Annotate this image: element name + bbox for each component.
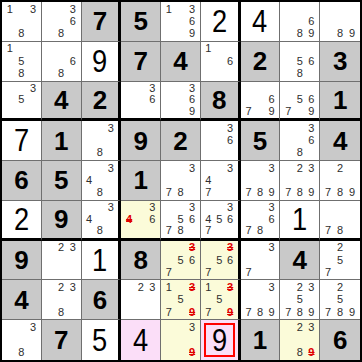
candidate-7: 7 xyxy=(163,225,175,237)
cell-value: 4 xyxy=(14,287,28,313)
cell-r6c5[interactable]: 35678 xyxy=(161,201,201,241)
candidate-3: 3 xyxy=(27,83,39,95)
cell-r3c4[interactable]: 36 xyxy=(121,82,161,122)
candidate-6: 6 xyxy=(225,254,236,266)
pencil-marks: 13579 xyxy=(201,280,238,319)
cell-r8c4[interactable]: 23 xyxy=(121,280,161,320)
cell-r1c1[interactable]: 138 xyxy=(2,2,42,42)
candidate-6: 6 xyxy=(266,213,278,225)
candidate-8: 8 xyxy=(294,306,306,318)
candidate-7: 7 xyxy=(203,187,214,199)
cell-r4c1[interactable]: 7 xyxy=(2,121,42,161)
candidate-2: 2 xyxy=(55,242,67,254)
cell-value: 5 xyxy=(54,167,68,193)
candidate-3: 3 xyxy=(306,321,318,334)
candidate-3: 3 xyxy=(266,242,278,254)
cell-r9c4[interactable]: 4 xyxy=(121,320,161,360)
eliminated-candidate-3: 3 xyxy=(186,242,198,254)
candidate-3: 3 xyxy=(105,122,116,134)
candidate-6: 6 xyxy=(266,94,278,106)
candidate-3: 3 xyxy=(266,162,278,174)
candidate-7: 7 xyxy=(282,106,294,118)
cell-r9c1[interactable]: 38 xyxy=(2,320,42,360)
pencil-marks: 369 xyxy=(161,82,200,119)
candidate-7: 7 xyxy=(322,187,334,199)
candidate-7: 7 xyxy=(243,187,255,199)
candidate-2: 2 xyxy=(334,242,346,254)
candidate-7: 7 xyxy=(322,225,334,237)
candidate-6: 6 xyxy=(186,94,198,106)
cell-r6c9[interactable]: 78 xyxy=(320,201,360,241)
candidate-3: 3 xyxy=(186,83,198,95)
cell-r6c8[interactable]: 1 xyxy=(280,201,320,241)
cell-r5c8[interactable]: 23789 xyxy=(280,161,320,201)
candidate-6: 6 xyxy=(67,55,79,67)
candidate-8: 8 xyxy=(254,225,266,237)
cell-r8c5[interactable]: 13579 xyxy=(161,280,201,320)
cell-r8c8[interactable]: 235789 xyxy=(280,280,320,320)
pencil-marks: 3789 xyxy=(241,161,280,200)
cell-r8c7[interactable]: 3789 xyxy=(241,280,281,320)
pencil-marks: 1369 xyxy=(161,2,200,41)
pencil-marks: 23 xyxy=(121,280,160,319)
cell-r9c6[interactable]: 9 xyxy=(201,320,241,360)
eliminated-candidate-3: 3 xyxy=(225,281,236,293)
cell-r7c2[interactable]: 23 xyxy=(42,241,82,281)
candidate-9: 9 xyxy=(346,306,358,318)
cell-r2c2[interactable]: 68 xyxy=(42,42,82,82)
cell-r4c3[interactable]: 38 xyxy=(82,121,122,161)
cell-value: 1 xyxy=(292,204,307,235)
candidate-5: 5 xyxy=(16,94,28,106)
candidate-7: 7 xyxy=(203,225,214,237)
cell-value: 1 xyxy=(333,87,347,113)
cell-r1c2[interactable]: 368 xyxy=(42,2,82,42)
candidate-3: 3 xyxy=(147,202,159,214)
cell-r9c8[interactable]: 2389 xyxy=(280,320,320,360)
pencil-marks: 39 xyxy=(161,320,200,360)
cell-value: 4 xyxy=(173,48,187,74)
candidate-8: 8 xyxy=(94,187,105,199)
cell-value: 9 xyxy=(92,46,107,77)
cell-value: 9 xyxy=(133,128,147,154)
candidate-6: 6 xyxy=(225,213,236,225)
candidate-8: 8 xyxy=(294,147,306,159)
cell-r3c9[interactable]: 1 xyxy=(320,82,360,122)
candidate-5: 5 xyxy=(175,254,187,266)
pencil-marks: 23 xyxy=(42,241,81,280)
candidate-4: 4 xyxy=(203,213,214,225)
candidate-6: 6 xyxy=(186,213,198,225)
candidate-9: 9 xyxy=(306,187,318,199)
candidate-2: 2 xyxy=(334,281,346,293)
cell-value: 4 xyxy=(54,87,68,113)
cell-value: 7 xyxy=(133,48,147,74)
cell-r1c7[interactable]: 4 xyxy=(241,2,281,42)
candidate-9: 9 xyxy=(266,106,278,118)
candidate-6: 6 xyxy=(306,94,318,106)
candidate-5: 5 xyxy=(214,294,225,306)
candidate-7: 7 xyxy=(243,306,255,318)
candidate-5: 5 xyxy=(334,254,346,266)
cell-r2c9[interactable]: 3 xyxy=(320,42,360,82)
candidate-5: 5 xyxy=(334,294,346,306)
cell-r4c5[interactable]: 2 xyxy=(161,121,201,161)
candidate-7: 7 xyxy=(243,266,255,278)
cell-r1c8[interactable]: 689 xyxy=(280,2,320,42)
pencil-marks: 37 xyxy=(241,241,280,280)
candidate-7: 7 xyxy=(203,306,214,318)
cell-r3c5[interactable]: 369 xyxy=(161,82,201,122)
candidate-9: 9 xyxy=(306,28,318,40)
candidate-8: 8 xyxy=(175,187,187,199)
candidate-6: 6 xyxy=(147,213,159,225)
candidate-6: 6 xyxy=(147,94,159,106)
candidate-2: 2 xyxy=(294,281,306,293)
candidate-3: 3 xyxy=(27,3,39,15)
pencil-marks: 368 xyxy=(280,121,319,160)
candidate-1: 1 xyxy=(163,3,175,15)
cell-value: 2 xyxy=(93,87,107,113)
candidate-5: 5 xyxy=(214,254,225,266)
candidate-3: 3 xyxy=(67,242,79,254)
pencil-marks: 3789 xyxy=(241,280,280,319)
candidate-3: 3 xyxy=(105,162,116,174)
candidate-3: 3 xyxy=(225,122,236,134)
cell-r8c1[interactable]: 4 xyxy=(2,280,42,320)
eliminated-candidate-9: 9 xyxy=(225,306,236,318)
candidate-1: 1 xyxy=(4,43,16,55)
candidate-8: 8 xyxy=(334,306,346,318)
candidate-3: 3 xyxy=(225,162,236,174)
pencil-marks: 13579 xyxy=(161,280,200,319)
pencil-marks: 2789 xyxy=(320,161,360,200)
candidate-5: 5 xyxy=(175,294,187,306)
candidate-9: 9 xyxy=(346,187,358,199)
candidate-3: 3 xyxy=(105,202,116,214)
cell-r2c3[interactable]: 9 xyxy=(82,42,122,82)
cell-r6c6[interactable]: 34567 xyxy=(201,201,241,241)
pencil-marks: 138 xyxy=(2,2,41,41)
cell-r2c8[interactable]: 568 xyxy=(280,42,320,82)
pencil-marks: 78 xyxy=(320,201,360,238)
eliminated-candidate-9: 9 xyxy=(186,306,198,318)
cell-value: 7 xyxy=(93,8,107,34)
cell-r1c9[interactable]: 89 xyxy=(320,2,360,42)
cell-r6c3[interactable]: 348 xyxy=(82,201,122,241)
cell-r1c5[interactable]: 1369 xyxy=(161,2,201,42)
cell-value: 5 xyxy=(253,128,267,154)
candidate-3: 3 xyxy=(147,281,159,293)
candidate-3: 3 xyxy=(266,281,278,293)
cell-r2c4[interactable]: 7 xyxy=(121,42,161,82)
cell-value: 5 xyxy=(92,325,107,356)
cell-r3c1[interactable]: 35 xyxy=(2,82,42,122)
cell-r8c6[interactable]: 13579 xyxy=(201,280,241,320)
cell-r1c3[interactable]: 7 xyxy=(82,2,122,42)
candidate-8: 8 xyxy=(254,187,266,199)
eliminated-candidate-3: 3 xyxy=(225,242,236,254)
sudoku-board: 1383687513692468989158689741625683354236… xyxy=(0,0,362,362)
candidate-2: 2 xyxy=(294,162,306,174)
eliminated-candidate-3: 3 xyxy=(186,281,198,293)
cell-r7c5[interactable]: 3567 xyxy=(161,241,201,281)
cell-r5c5[interactable]: 378 xyxy=(161,161,201,201)
cell-r6c7[interactable]: 3678 xyxy=(241,201,281,241)
pencil-marks: 347 xyxy=(201,161,238,200)
cell-value: 2 xyxy=(14,204,29,235)
candidate-5: 5 xyxy=(294,294,306,306)
eliminated-candidate-4: 4 xyxy=(123,213,135,225)
cell-value: 4 xyxy=(293,247,307,273)
candidate-7: 7 xyxy=(322,306,334,318)
cell-value: 1 xyxy=(54,128,68,154)
candidate-9: 9 xyxy=(346,28,358,40)
cell-r8c2[interactable]: 238 xyxy=(42,280,82,320)
cell-value: 8 xyxy=(133,247,147,273)
cell-value: 6 xyxy=(333,327,347,353)
cell-value: 4 xyxy=(133,325,148,356)
pencil-marks: 346 xyxy=(121,201,160,238)
pencil-marks: 158 xyxy=(2,42,41,81)
cell-value: 4 xyxy=(333,128,347,154)
candidate-7: 7 xyxy=(282,187,294,199)
pencil-marks: 3567 xyxy=(201,241,238,280)
candidate-3: 3 xyxy=(27,321,39,334)
pencil-marks: 348 xyxy=(82,161,119,200)
candidate-3: 3 xyxy=(186,202,198,214)
candidate-9: 9 xyxy=(306,106,318,118)
candidate-8: 8 xyxy=(294,67,306,79)
cell-r1c4[interactable]: 5 xyxy=(121,2,161,42)
candidate-3: 3 xyxy=(306,122,318,134)
cell-r7c9[interactable]: 257 xyxy=(320,241,360,281)
pencil-marks: 34567 xyxy=(201,201,238,238)
candidate-8: 8 xyxy=(334,225,346,237)
pencil-marks: 16 xyxy=(201,42,238,81)
cell-value: 1 xyxy=(133,167,147,193)
pencil-marks: 89 xyxy=(320,2,360,41)
candidate-8: 8 xyxy=(16,346,28,359)
candidate-2: 2 xyxy=(294,321,306,334)
pencil-marks: 25789 xyxy=(320,280,360,319)
cell-r4c7[interactable]: 5 xyxy=(241,121,281,161)
candidate-3: 3 xyxy=(67,3,79,15)
cell-r5c7[interactable]: 3789 xyxy=(241,161,281,201)
cell-r2c6[interactable]: 16 xyxy=(201,42,241,82)
cell-value: 2 xyxy=(253,48,267,74)
candidate-4: 4 xyxy=(84,213,95,225)
candidate-3: 3 xyxy=(225,202,236,214)
cell-value: 2 xyxy=(173,128,187,154)
pencil-marks: 35 xyxy=(2,82,41,119)
cell-r1c6[interactable]: 2 xyxy=(201,2,241,42)
candidate-9: 9 xyxy=(186,28,198,40)
cell-r6c1[interactable]: 2 xyxy=(2,201,42,241)
cell-value: 1 xyxy=(253,327,267,353)
pencil-marks: 378 xyxy=(161,161,200,200)
pencil-marks: 23789 xyxy=(280,161,319,200)
cell-r7c6[interactable]: 3567 xyxy=(201,241,241,281)
pencil-marks: 68 xyxy=(42,42,81,81)
candidate-5: 5 xyxy=(294,94,306,106)
pencil-marks: 568 xyxy=(280,42,319,81)
candidate-5: 5 xyxy=(175,213,187,225)
candidate-7: 7 xyxy=(243,225,255,237)
candidate-3: 3 xyxy=(147,83,159,95)
candidate-8: 8 xyxy=(55,67,67,79)
pencil-marks: 35678 xyxy=(161,201,200,238)
cell-r7c3[interactable]: 1 xyxy=(82,241,122,281)
cell-r4c2[interactable]: 1 xyxy=(42,121,82,161)
cell-r9c7[interactable]: 1 xyxy=(241,320,281,360)
cell-value: 7 xyxy=(54,327,68,353)
candidate-5: 5 xyxy=(214,213,225,225)
cell-r8c9[interactable]: 25789 xyxy=(320,280,360,320)
cell-r6c4[interactable]: 346 xyxy=(121,201,161,241)
cell-r5c4[interactable]: 1 xyxy=(121,161,161,201)
candidate-3: 3 xyxy=(306,162,318,174)
candidate-3: 3 xyxy=(186,162,198,174)
cell-r9c2[interactable]: 7 xyxy=(42,320,82,360)
candidate-9: 9 xyxy=(266,306,278,318)
candidate-7: 7 xyxy=(282,306,294,318)
candidate-8: 8 xyxy=(254,306,266,318)
candidate-7: 7 xyxy=(163,266,175,278)
candidate-6: 6 xyxy=(306,15,318,27)
cell-value: 4 xyxy=(252,6,267,37)
candidate-6: 6 xyxy=(306,135,318,147)
cell-r7c4[interactable]: 8 xyxy=(121,241,161,281)
cell-r9c3[interactable]: 5 xyxy=(82,320,122,360)
candidate-9: 9 xyxy=(186,106,198,118)
cell-value: 3 xyxy=(333,48,347,74)
cell-r4c9[interactable]: 4 xyxy=(320,121,360,161)
pencil-marks: 368 xyxy=(42,2,81,41)
candidate-8: 8 xyxy=(294,346,306,359)
candidate-3: 3 xyxy=(266,202,278,214)
cell-value: 6 xyxy=(14,167,28,193)
candidate-5: 5 xyxy=(16,55,28,67)
cell-r4c4[interactable]: 9 xyxy=(121,121,161,161)
cell-r5c1[interactable]: 6 xyxy=(2,161,42,201)
cell-r5c3[interactable]: 348 xyxy=(82,161,122,201)
candidate-3: 3 xyxy=(186,3,198,15)
eliminated-candidate-9: 9 xyxy=(306,346,318,359)
cell-r2c1[interactable]: 158 xyxy=(2,42,42,82)
cell-r7c8[interactable]: 4 xyxy=(280,241,320,281)
pencil-marks: 36 xyxy=(121,82,160,119)
pencil-marks: 3567 xyxy=(161,241,200,280)
candidate-8: 8 xyxy=(55,306,67,318)
cell-r3c8[interactable]: 5679 xyxy=(280,82,320,122)
candidate-6: 6 xyxy=(67,15,79,27)
candidate-3: 3 xyxy=(67,281,79,293)
pencil-marks: 348 xyxy=(82,201,119,238)
cell-value: 9 xyxy=(14,247,28,273)
candidate-7: 7 xyxy=(243,106,255,118)
pencil-marks: 36 xyxy=(201,121,238,160)
cell-r3c6[interactable]: 8 xyxy=(201,82,241,122)
candidate-7: 7 xyxy=(322,266,334,278)
candidate-8: 8 xyxy=(294,28,306,40)
candidate-8: 8 xyxy=(334,28,346,40)
candidate-2: 2 xyxy=(135,281,147,293)
cell-value: 8 xyxy=(212,87,226,113)
pencil-marks: 679 xyxy=(241,82,280,119)
candidate-8: 8 xyxy=(55,28,67,40)
cell-r7c1[interactable]: 9 xyxy=(2,241,42,281)
cell-value: 5 xyxy=(133,8,147,34)
pencil-marks: 238 xyxy=(42,280,81,319)
candidate-4: 4 xyxy=(84,174,95,186)
cell-r8c3[interactable]: 6 xyxy=(82,280,122,320)
candidate-6: 6 xyxy=(225,55,236,67)
cell-r4c8[interactable]: 368 xyxy=(280,121,320,161)
candidate-2: 2 xyxy=(334,162,346,174)
candidate-7: 7 xyxy=(163,187,175,199)
cell-value: 6 xyxy=(93,287,107,313)
cell-r5c9[interactable]: 2789 xyxy=(320,161,360,201)
candidate-1: 1 xyxy=(203,281,214,293)
cell-r7c7[interactable]: 37 xyxy=(241,241,281,281)
candidate-3: 3 xyxy=(306,281,318,293)
cell-r3c7[interactable]: 679 xyxy=(241,82,281,122)
cell-r5c6[interactable]: 347 xyxy=(201,161,241,201)
pencil-marks: 235789 xyxy=(280,280,319,319)
candidate-6: 6 xyxy=(225,135,236,147)
candidate-6: 6 xyxy=(186,15,198,27)
candidate-8: 8 xyxy=(94,147,105,159)
candidate-8: 8 xyxy=(334,187,346,199)
cell-r3c2[interactable]: 4 xyxy=(42,82,82,122)
cell-value: 9 xyxy=(54,206,68,232)
candidate-6: 6 xyxy=(186,254,198,266)
cell-r6c2[interactable]: 9 xyxy=(42,201,82,241)
candidate-1: 1 xyxy=(163,281,175,293)
cell-value: 9 xyxy=(212,325,227,356)
candidate-7: 7 xyxy=(203,266,214,278)
cell-r5c2[interactable]: 5 xyxy=(42,161,82,201)
cell-r4c6[interactable]: 36 xyxy=(201,121,241,161)
candidate-1: 1 xyxy=(203,43,214,55)
pencil-marks: 2389 xyxy=(280,320,319,360)
pencil-marks: 5679 xyxy=(280,82,319,119)
pencil-marks: 689 xyxy=(280,2,319,41)
cell-r3c3[interactable]: 2 xyxy=(82,82,122,122)
candidate-2: 2 xyxy=(55,281,67,293)
cell-r2c7[interactable]: 2 xyxy=(241,42,281,82)
candidate-9: 9 xyxy=(306,306,318,318)
eliminated-candidate-9: 9 xyxy=(186,346,198,359)
candidate-5: 5 xyxy=(294,55,306,67)
candidate-8: 8 xyxy=(16,67,28,79)
candidate-6: 6 xyxy=(306,55,318,67)
candidate-4: 4 xyxy=(203,174,214,186)
candidate-8: 8 xyxy=(175,225,187,237)
pencil-marks: 38 xyxy=(2,320,41,360)
cell-value: 1 xyxy=(92,245,107,276)
cell-r2c5[interactable]: 4 xyxy=(161,42,201,82)
cell-value: 7 xyxy=(14,125,29,156)
cell-r9c9[interactable]: 6 xyxy=(320,320,360,360)
cell-r9c5[interactable]: 39 xyxy=(161,320,201,360)
candidate-9: 9 xyxy=(266,187,278,199)
candidate-1: 1 xyxy=(4,3,16,15)
pencil-marks: 3678 xyxy=(241,201,280,238)
pencil-marks: 257 xyxy=(320,241,360,280)
candidate-8: 8 xyxy=(94,225,105,237)
